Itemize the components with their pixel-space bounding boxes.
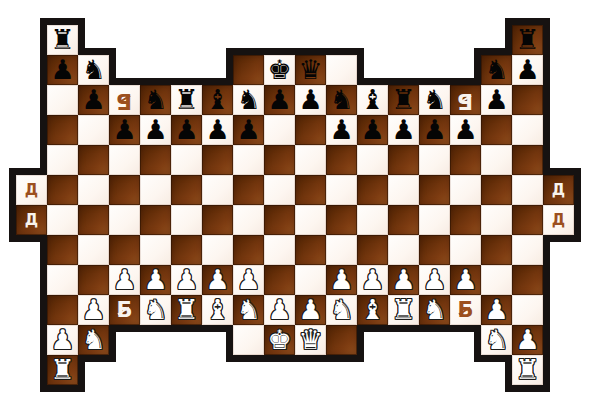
- square-c16-r8[interactable]: [512, 265, 543, 295]
- black-pawn[interactable]: ♟: [453, 116, 477, 143]
- black-pawn[interactable]: ♟: [360, 116, 384, 143]
- square-c8-r2[interactable]: ♟: [264, 85, 295, 115]
- slash-stroke: [118, 307, 130, 315]
- square-c3-r7[interactable]: [109, 235, 140, 265]
- square-c9-r3[interactable]: [295, 115, 326, 145]
- square-c2-r4[interactable]: [78, 145, 109, 175]
- square-c11-r7[interactable]: [357, 235, 388, 265]
- white-knight[interactable]: ♞: [81, 326, 105, 353]
- black-pawn[interactable]: ♟: [143, 116, 167, 143]
- white-pawn[interactable]: ♟: [81, 296, 105, 323]
- black-rook[interactable]: ♜: [174, 86, 198, 113]
- square-c16-r11[interactable]: ♜: [512, 355, 543, 385]
- square-c4-r5[interactable]: [140, 175, 171, 205]
- square-c3-r4[interactable]: [109, 145, 140, 175]
- white-pawn[interactable]: ♟: [143, 266, 167, 293]
- white-pawn[interactable]: ♟: [267, 296, 291, 323]
- slash-stroke: [119, 94, 131, 102]
- slash-stroke: [460, 94, 472, 102]
- square-c16-r9[interactable]: [512, 295, 543, 325]
- white-slashed-b-piece[interactable]: Б: [457, 300, 473, 321]
- square-c7-r2[interactable]: ♞: [233, 85, 264, 115]
- citadel-marker: Д: [25, 213, 38, 228]
- square-c8-r4[interactable]: [264, 145, 295, 175]
- square-c9-r7[interactable]: [295, 235, 326, 265]
- square-c0-r5[interactable]: Д: [16, 175, 47, 205]
- square-c1-r5[interactable]: [47, 175, 78, 205]
- square-c6-r3[interactable]: ♟: [202, 115, 233, 145]
- square-c2-r1[interactable]: ♞: [78, 55, 109, 85]
- white-pawn[interactable]: ♟: [112, 266, 136, 293]
- square-c1-r9[interactable]: [47, 295, 78, 325]
- square-c8-r1[interactable]: ♚: [264, 55, 295, 85]
- white-bishop[interactable]: ♝: [360, 296, 384, 323]
- black-pawn[interactable]: ♟: [267, 86, 291, 113]
- square-c1-r1[interactable]: ♟: [47, 55, 78, 85]
- black-bishop[interactable]: ♝: [360, 86, 384, 113]
- square-c3-r5[interactable]: [109, 175, 140, 205]
- square-c7-r6[interactable]: [233, 205, 264, 235]
- square-c7-r1[interactable]: [233, 55, 264, 85]
- square-c5-r3[interactable]: ♟: [171, 115, 202, 145]
- square-c15-r4[interactable]: [481, 145, 512, 175]
- black-slashed-b-piece[interactable]: Б: [116, 90, 132, 111]
- square-c2-r8[interactable]: [78, 265, 109, 295]
- square-c8-r5[interactable]: [264, 175, 295, 205]
- square-c15-r5[interactable]: [481, 175, 512, 205]
- square-c6-r4[interactable]: [202, 145, 233, 175]
- square-c9-r5[interactable]: [295, 175, 326, 205]
- black-rook[interactable]: ♜: [515, 26, 539, 53]
- square-c6-r7[interactable]: [202, 235, 233, 265]
- square-c12-r9[interactable]: ♜: [388, 295, 419, 325]
- square-c10-r2[interactable]: ♞: [326, 85, 357, 115]
- white-bishop[interactable]: ♝: [205, 296, 229, 323]
- square-c11-r9[interactable]: ♝: [357, 295, 388, 325]
- white-pawn[interactable]: ♟: [360, 266, 384, 293]
- black-knight[interactable]: ♞: [329, 86, 353, 113]
- black-queen[interactable]: ♛: [298, 56, 322, 83]
- square-c14-r6[interactable]: [450, 205, 481, 235]
- square-c15-r1[interactable]: ♞: [481, 55, 512, 85]
- square-c11-r5[interactable]: [357, 175, 388, 205]
- square-c7-r7[interactable]: [233, 235, 264, 265]
- black-pawn[interactable]: ♟: [329, 116, 353, 143]
- square-c6-r8[interactable]: ♟: [202, 265, 233, 295]
- square-c12-r3[interactable]: ♟: [388, 115, 419, 145]
- square-c16-r7[interactable]: [512, 235, 543, 265]
- black-pawn[interactable]: ♟: [205, 116, 229, 143]
- black-pawn[interactable]: ♟: [81, 86, 105, 113]
- square-c10-r6[interactable]: [326, 205, 357, 235]
- square-c8-r10[interactable]: ♚: [264, 325, 295, 355]
- square-c3-r3[interactable]: ♟: [109, 115, 140, 145]
- white-pawn[interactable]: ♟: [205, 266, 229, 293]
- black-knight[interactable]: ♞: [236, 86, 260, 113]
- square-c11-r8[interactable]: ♟: [357, 265, 388, 295]
- black-slashed-b-piece[interactable]: Б: [457, 90, 473, 111]
- square-c2-r2[interactable]: ♟: [78, 85, 109, 115]
- white-pawn[interactable]: ♟: [422, 266, 446, 293]
- white-knight[interactable]: ♞: [484, 326, 508, 353]
- square-c10-r9[interactable]: ♞: [326, 295, 357, 325]
- square-c2-r10[interactable]: ♞: [78, 325, 109, 355]
- black-rook[interactable]: ♜: [50, 26, 74, 53]
- square-c17-r5[interactable]: Д: [543, 175, 574, 205]
- square-c15-r9[interactable]: ♟: [481, 295, 512, 325]
- square-c5-r9[interactable]: ♜: [171, 295, 202, 325]
- square-c10-r4[interactable]: [326, 145, 357, 175]
- black-knight[interactable]: ♞: [484, 56, 508, 83]
- square-c14-r5[interactable]: [450, 175, 481, 205]
- square-c8-r7[interactable]: [264, 235, 295, 265]
- square-c14-r2[interactable]: Б: [450, 85, 481, 115]
- square-c5-r5[interactable]: [171, 175, 202, 205]
- square-c13-r9[interactable]: ♞: [419, 295, 450, 325]
- square-c1-r2[interactable]: [47, 85, 78, 115]
- square-c10-r1[interactable]: [326, 55, 357, 85]
- white-rook[interactable]: ♜: [515, 356, 539, 383]
- square-c2-r3[interactable]: [78, 115, 109, 145]
- square-c7-r4[interactable]: [233, 145, 264, 175]
- square-c12-r5[interactable]: [388, 175, 419, 205]
- citadel-marker: Д: [25, 183, 38, 198]
- square-c10-r3[interactable]: ♟: [326, 115, 357, 145]
- black-rook[interactable]: ♜: [391, 86, 415, 113]
- square-c13-r2[interactable]: ♞: [419, 85, 450, 115]
- square-c1-r11[interactable]: ♜: [47, 355, 78, 385]
- square-c0-r6[interactable]: Д: [16, 205, 47, 235]
- white-pawn[interactable]: ♟: [50, 326, 74, 353]
- square-c8-r6[interactable]: [264, 205, 295, 235]
- square-c1-r6[interactable]: [47, 205, 78, 235]
- white-rook[interactable]: ♜: [391, 296, 415, 323]
- black-knight[interactable]: ♞: [422, 86, 446, 113]
- square-c12-r4[interactable]: [388, 145, 419, 175]
- black-pawn[interactable]: ♟: [112, 116, 136, 143]
- square-c5-r7[interactable]: [171, 235, 202, 265]
- square-c16-r4[interactable]: [512, 145, 543, 175]
- white-pawn[interactable]: ♟: [298, 296, 322, 323]
- white-knight[interactable]: ♞: [143, 296, 167, 323]
- white-knight[interactable]: ♞: [329, 296, 353, 323]
- square-c8-r8[interactable]: [264, 265, 295, 295]
- square-c14-r8[interactable]: ♟: [450, 265, 481, 295]
- square-c16-r3[interactable]: [512, 115, 543, 145]
- square-c3-r2[interactable]: Б: [109, 85, 140, 115]
- square-c1-r10[interactable]: ♟: [47, 325, 78, 355]
- square-c4-r2[interactable]: ♞: [140, 85, 171, 115]
- square-c13-r6[interactable]: [419, 205, 450, 235]
- square-c5-r6[interactable]: [171, 205, 202, 235]
- square-c12-r7[interactable]: [388, 235, 419, 265]
- square-c5-r8[interactable]: ♟: [171, 265, 202, 295]
- white-pawn[interactable]: ♟: [391, 266, 415, 293]
- square-c6-r2[interactable]: ♝: [202, 85, 233, 115]
- square-c9-r6[interactable]: [295, 205, 326, 235]
- white-pawn[interactable]: ♟: [484, 296, 508, 323]
- square-c4-r4[interactable]: [140, 145, 171, 175]
- fortress-chess-board: ♜♜♟♞♚♛♞♟♟Б♞♜♝♞♟♟♞♝♜♞Б♟♟♟♟♟♟♟♟♟♟♟ДДДД♟♟♟♟…: [0, 0, 591, 413]
- square-c3-r9[interactable]: Б: [109, 295, 140, 325]
- square-c14-r7[interactable]: [450, 235, 481, 265]
- white-pawn[interactable]: ♟: [329, 266, 353, 293]
- white-knight[interactable]: ♞: [236, 296, 260, 323]
- square-c13-r3[interactable]: ♟: [419, 115, 450, 145]
- square-c7-r8[interactable]: ♟: [233, 265, 264, 295]
- square-c5-r4[interactable]: [171, 145, 202, 175]
- white-pawn[interactable]: ♟: [453, 266, 477, 293]
- square-c11-r2[interactable]: ♝: [357, 85, 388, 115]
- square-c14-r4[interactable]: [450, 145, 481, 175]
- square-c16-r6[interactable]: [512, 205, 543, 235]
- square-c11-r6[interactable]: [357, 205, 388, 235]
- square-c15-r8[interactable]: [481, 265, 512, 295]
- square-c4-r8[interactable]: ♟: [140, 265, 171, 295]
- square-c9-r10[interactable]: ♛: [295, 325, 326, 355]
- citadel-marker: Д: [552, 183, 565, 198]
- black-knight[interactable]: ♞: [143, 86, 167, 113]
- white-pawn[interactable]: ♟: [515, 326, 539, 353]
- square-c10-r5[interactable]: [326, 175, 357, 205]
- square-c1-r7[interactable]: [47, 235, 78, 265]
- black-pawn[interactable]: ♟: [236, 116, 260, 143]
- square-c2-r5[interactable]: [78, 175, 109, 205]
- square-c3-r6[interactable]: [109, 205, 140, 235]
- white-knight[interactable]: ♞: [422, 296, 446, 323]
- square-c1-r3[interactable]: [47, 115, 78, 145]
- square-c13-r4[interactable]: [419, 145, 450, 175]
- square-c15-r6[interactable]: [481, 205, 512, 235]
- white-queen[interactable]: ♛: [298, 326, 322, 353]
- square-c17-r6[interactable]: Д: [543, 205, 574, 235]
- square-c2-r7[interactable]: [78, 235, 109, 265]
- square-c3-r8[interactable]: ♟: [109, 265, 140, 295]
- black-pawn[interactable]: ♟: [515, 56, 539, 83]
- white-rook[interactable]: ♜: [174, 296, 198, 323]
- square-c7-r10[interactable]: [233, 325, 264, 355]
- square-c7-r9[interactable]: ♞: [233, 295, 264, 325]
- square-c9-r8[interactable]: [295, 265, 326, 295]
- square-c15-r7[interactable]: [481, 235, 512, 265]
- black-pawn[interactable]: ♟: [298, 86, 322, 113]
- white-pawn[interactable]: ♟: [236, 266, 260, 293]
- slash-stroke: [459, 307, 471, 315]
- square-c5-r2[interactable]: ♜: [171, 85, 202, 115]
- white-rook[interactable]: ♜: [50, 356, 74, 383]
- square-c8-r3[interactable]: [264, 115, 295, 145]
- square-c12-r2[interactable]: ♜: [388, 85, 419, 115]
- white-slashed-b-piece[interactable]: Б: [116, 300, 132, 321]
- square-c4-r3[interactable]: ♟: [140, 115, 171, 145]
- square-c7-r3[interactable]: ♟: [233, 115, 264, 145]
- square-c16-r1[interactable]: ♟: [512, 55, 543, 85]
- square-c15-r10[interactable]: ♞: [481, 325, 512, 355]
- white-king[interactable]: ♚: [267, 326, 291, 353]
- square-c16-r10[interactable]: ♟: [512, 325, 543, 355]
- black-pawn[interactable]: ♟: [484, 86, 508, 113]
- white-pawn[interactable]: ♟: [174, 266, 198, 293]
- black-knight[interactable]: ♞: [81, 56, 105, 83]
- square-c6-r6[interactable]: [202, 205, 233, 235]
- square-c10-r10[interactable]: [326, 325, 357, 355]
- square-c1-r8[interactable]: [47, 265, 78, 295]
- square-c9-r4[interactable]: [295, 145, 326, 175]
- black-bishop[interactable]: ♝: [205, 86, 229, 113]
- square-c15-r2[interactable]: ♟: [481, 85, 512, 115]
- square-c4-r6[interactable]: [140, 205, 171, 235]
- black-pawn[interactable]: ♟: [50, 56, 74, 83]
- square-c14-r9[interactable]: Б: [450, 295, 481, 325]
- square-c4-r7[interactable]: [140, 235, 171, 265]
- square-c12-r6[interactable]: [388, 205, 419, 235]
- square-c12-r8[interactable]: ♟: [388, 265, 419, 295]
- citadel-marker: Д: [552, 213, 565, 228]
- square-c8-r9[interactable]: ♟: [264, 295, 295, 325]
- square-c1-r4[interactable]: [47, 145, 78, 175]
- square-c13-r7[interactable]: [419, 235, 450, 265]
- square-c11-r3[interactable]: ♟: [357, 115, 388, 145]
- black-pawn[interactable]: ♟: [391, 116, 415, 143]
- square-c13-r8[interactable]: ♟: [419, 265, 450, 295]
- black-pawn[interactable]: ♟: [422, 116, 446, 143]
- square-c2-r9[interactable]: ♟: [78, 295, 109, 325]
- black-king[interactable]: ♚: [267, 56, 291, 83]
- square-c11-r4[interactable]: [357, 145, 388, 175]
- square-c9-r1[interactable]: ♛: [295, 55, 326, 85]
- square-c16-r2[interactable]: [512, 85, 543, 115]
- square-c2-r6[interactable]: [78, 205, 109, 235]
- square-c9-r9[interactable]: ♟: [295, 295, 326, 325]
- black-pawn[interactable]: ♟: [174, 116, 198, 143]
- square-c1-r0[interactable]: ♜: [47, 25, 78, 55]
- square-c4-r9[interactable]: ♞: [140, 295, 171, 325]
- square-c6-r9[interactable]: ♝: [202, 295, 233, 325]
- square-c15-r3[interactable]: [481, 115, 512, 145]
- square-c10-r8[interactable]: ♟: [326, 265, 357, 295]
- square-c16-r0[interactable]: ♜: [512, 25, 543, 55]
- square-c6-r5[interactable]: [202, 175, 233, 205]
- square-c16-r5[interactable]: [512, 175, 543, 205]
- square-c14-r3[interactable]: ♟: [450, 115, 481, 145]
- square-c10-r7[interactable]: [326, 235, 357, 265]
- square-c13-r5[interactable]: [419, 175, 450, 205]
- square-c7-r5[interactable]: [233, 175, 264, 205]
- square-c9-r2[interactable]: ♟: [295, 85, 326, 115]
